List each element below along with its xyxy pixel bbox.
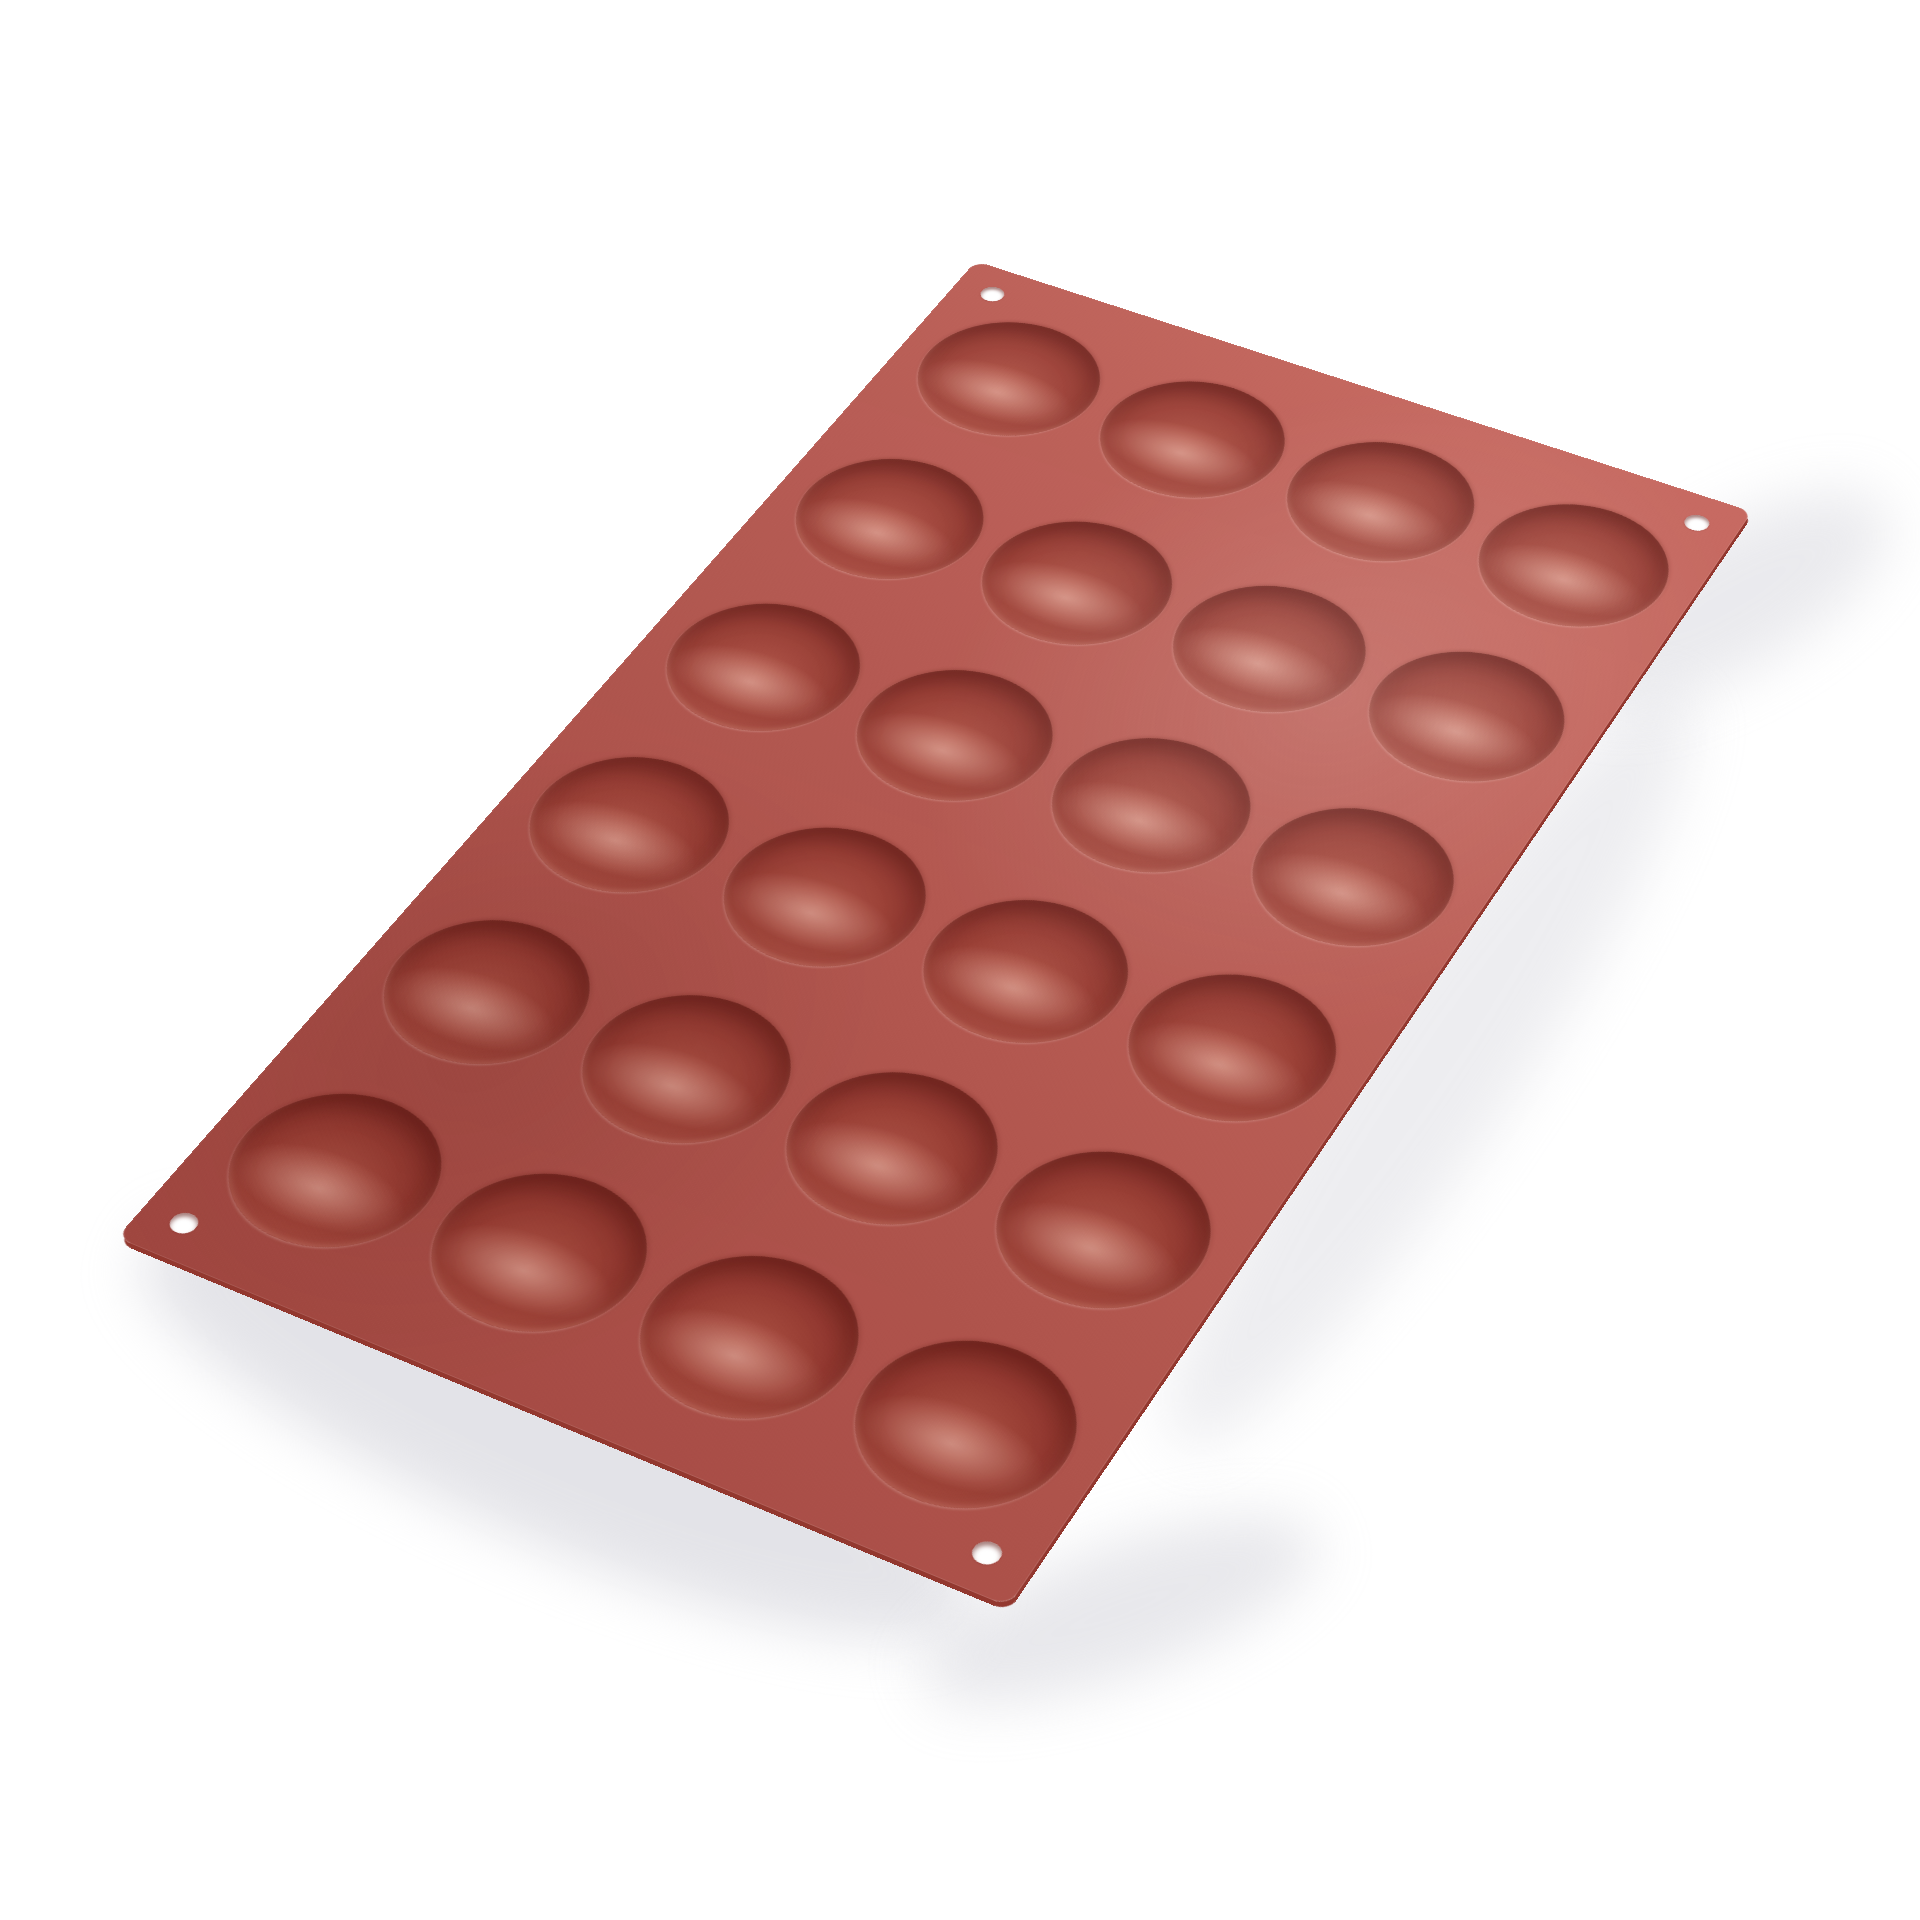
mold-cavity <box>762 438 1017 600</box>
mold-cavity <box>885 303 1131 456</box>
mold-cavity <box>815 1312 1115 1538</box>
mold-cavity <box>1093 949 1371 1147</box>
mold-cavity <box>1337 630 1596 805</box>
mold-cavity <box>887 876 1163 1069</box>
mold-cavity <box>1017 715 1283 896</box>
mold-cavity <box>631 582 894 754</box>
mold-cavity <box>1068 362 1316 519</box>
mold-cavity <box>949 500 1205 666</box>
mold-cavity <box>1218 785 1486 971</box>
mold-cavity <box>959 1125 1247 1337</box>
mold-cavity <box>1448 483 1698 648</box>
mold-cavity <box>822 648 1087 825</box>
mold-cavity <box>1140 564 1397 735</box>
mold-cavity <box>1256 422 1505 583</box>
studio-background <box>0 0 1920 1920</box>
mold-cavity <box>748 1046 1035 1252</box>
